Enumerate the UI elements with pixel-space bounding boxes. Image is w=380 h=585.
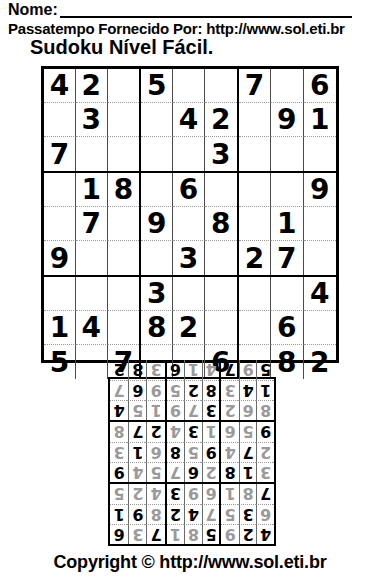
answer-cell: 9 [239,360,257,380]
answer-cell: 8 [239,484,257,504]
answer-cell: 6 [221,422,239,442]
sudoku-cell: 6 [271,311,303,345]
sudoku-cell: 8 [205,207,237,241]
sudoku-cell: 9 [141,207,173,241]
sudoku-cell [141,137,173,171]
sudoku-box: 9127 [239,173,336,277]
answer-cell: 5 [256,360,274,380]
name-field-row: Nome: [8,2,352,18]
answer-cell: 1 [202,422,220,442]
answer-cell: 8 [202,380,220,400]
answer-cell: 5 [110,484,128,504]
sudoku-cell: 7 [239,69,271,103]
sudoku-cell: 2 [304,345,336,379]
answer-cell: 2 [146,422,164,442]
sudoku-cell [108,137,140,171]
sudoku-box: 7691 [239,69,336,173]
answer-cell: 4 [221,442,239,462]
answer-cell: 6 [167,360,185,380]
answer-cell: 3 [256,462,274,482]
answer-cell: 8 [221,462,239,482]
answer-cell: 9 [202,442,220,462]
sudoku-cell: 2 [239,241,271,275]
sudoku-box: 736891425 [110,482,165,544]
answer-cell: 3 [184,422,202,442]
sudoku-cell: 7 [44,137,76,171]
answer-cell: 2 [202,462,220,482]
sudoku-cell: 5 [141,69,173,103]
sudoku-cell [304,311,336,345]
provider-line: Passatempo Fornecido Por: http://www.sol… [8,20,345,37]
sudoku-cell [205,173,237,207]
answer-cell: 9 [256,422,274,442]
answer-cell: 8 [146,504,164,524]
answer-cell: 4 [202,360,220,380]
sudoku-cell: 2 [76,69,108,103]
answer-cell: 3 [202,400,220,420]
sudoku-board: 423754237691187969839127145738264682 [41,66,339,363]
sudoku-cell [205,277,237,311]
answer-cell: 1 [128,442,146,462]
sudoku-cell [173,137,205,171]
answer-cell: 7 [239,442,257,462]
answer-cell: 9 [167,400,185,420]
sudoku-cell: 8 [271,345,303,379]
sudoku-cell [76,345,108,379]
sudoku-cell [141,173,173,207]
sudoku-cell [239,207,271,241]
sudoku-cell [304,241,336,275]
sudoku-cell: 2 [173,311,205,345]
answer-cell: 5 [146,462,164,482]
sudoku-cell [44,173,76,207]
answer-cell: 6 [146,442,164,462]
sudoku-box: 5423 [141,69,238,173]
sudoku-cell: 3 [76,103,108,137]
sudoku-cell [44,207,76,241]
answer-cell: 3 [110,442,128,462]
sudoku-cell [271,277,303,311]
sudoku-cell: 7 [271,241,303,275]
answer-cell: 7 [128,422,146,442]
sudoku-answer-board: 4296357815817426937368914253182749562679… [108,377,276,546]
sudoku-cell [108,311,140,345]
sudoku-cell [304,137,336,171]
answer-cell: 1 [167,524,185,544]
answer-cell: 2 [256,442,274,462]
answer-cell: 1 [221,484,239,504]
sudoku-cell [271,137,303,171]
sudoku-cell [141,103,173,137]
answer-cell: 8 [184,524,202,544]
sudoku-cell: 1 [304,103,336,137]
answer-cell: 1 [184,360,202,380]
sudoku-box: 581742693 [165,482,220,544]
answer-cell: 6 [128,380,146,400]
sudoku-cell [108,277,140,311]
name-label: Nome: [8,2,58,18]
sudoku-cell: 4 [304,277,336,311]
sudoku-cell [44,103,76,137]
sudoku-cell [76,241,108,275]
copyright-line: Copyright © http://www.sol.eti.br [0,552,380,573]
answer-cell: 3 [128,524,146,544]
sudoku-cell: 6 [173,173,205,207]
sudoku-cell [76,137,108,171]
answer-cell: 7 [167,462,185,482]
sudoku-cell: 3 [141,277,173,311]
sudoku-cell [205,311,237,345]
sudoku-cell: 9 [271,103,303,137]
sudoku-cell: 8 [108,173,140,207]
sudoku-cell: 1 [271,207,303,241]
sudoku-box: 267958134 [165,420,220,482]
answer-cell: 3 [239,504,257,524]
sudoku-cell [239,103,271,137]
sudoku-box: 318274956 [219,420,274,482]
sudoku-cell: 4 [173,103,205,137]
sudoku-cell [205,69,237,103]
sudoku-cell [304,207,336,241]
answer-cell: 3 [167,484,185,504]
answer-cell: 4 [239,380,257,400]
answer-cell: 2 [221,400,239,420]
answer-cell: 9 [128,504,146,524]
answer-cell: 2 [110,360,128,380]
sudoku-cell [173,277,205,311]
answer-cell: 1 [256,380,274,400]
answer-cell: 4 [110,400,128,420]
answer-cell: 1 [146,400,164,420]
sudoku-cell: 6 [304,69,336,103]
sudoku-cell [44,277,76,311]
answer-cell: 6 [202,484,220,504]
answer-cell: 9 [110,462,128,482]
sudoku-cell: 8 [141,311,173,345]
answer-cell: 2 [184,380,202,400]
answer-cell: 4 [128,462,146,482]
sudoku-cell [239,173,271,207]
sudoku-cell: 2 [205,103,237,137]
answer-cell: 6 [110,524,128,544]
sudoku-box: 4237 [44,69,141,173]
answer-cell: 3 [146,360,164,380]
sudoku-cell [271,69,303,103]
sudoku-cell: 4 [44,69,76,103]
answer-cell: 8 [128,360,146,380]
sudoku-cell [239,137,271,171]
answer-cell: 9 [146,380,164,400]
answer-cell: 2 [239,524,257,544]
sudoku-cell [108,241,140,275]
answer-cell: 8 [110,422,128,442]
answer-cell: 4 [167,422,185,442]
answer-cell: 2 [167,504,185,524]
answer-cell: 5 [184,442,202,462]
answer-cell: 4 [256,524,274,544]
sudoku-cell [173,69,205,103]
sudoku-cell: 9 [44,241,76,275]
sudoku-cell [108,207,140,241]
sudoku-cell: 4 [76,311,108,345]
answer-cell: 6 [256,504,274,524]
sudoku-cell [76,277,108,311]
answer-cell: 9 [221,524,239,544]
sudoku-cell: 3 [205,137,237,171]
answer-cell: 5 [221,504,239,524]
sudoku-cell: 9 [304,173,336,207]
sudoku-cell: 7 [76,207,108,241]
answer-cell: 6 [239,400,257,420]
answer-cell: 5 [202,524,220,544]
answer-cell: 7 [110,380,128,400]
answer-cell: 5 [239,422,257,442]
sudoku-cell [271,173,303,207]
name-blank-line [60,3,352,18]
answer-cell: 4 [146,484,164,504]
sudoku-cell [108,69,140,103]
answer-cell: 8 [167,442,185,462]
answer-cell: 7 [221,360,239,380]
answer-cell: 7 [202,504,220,524]
answer-cell: 9 [184,484,202,504]
answer-cell: 1 [239,462,257,482]
sudoku-box: 1879 [44,173,141,277]
sudoku-box: 862143597 [219,360,274,420]
answer-cell: 3 [221,380,239,400]
sudoku-cell [205,241,237,275]
answer-cell: 6 [184,462,202,482]
sudoku-box: 379825416 [165,360,220,420]
sudoku-cell [239,277,271,311]
sudoku-cell [141,241,173,275]
sudoku-cell: 1 [76,173,108,207]
sudoku-cell [173,207,205,241]
answer-cell: 4 [184,504,202,524]
answer-cell: 2 [128,484,146,504]
sudoku-box: 549613278 [110,420,165,482]
sudoku-cell: 3 [173,241,205,275]
sudoku-cell [108,103,140,137]
answer-cell: 5 [167,380,185,400]
page-title: Sudoku Nível Fácil. [30,36,213,59]
answer-cell: 5 [128,400,146,420]
answer-cell: 1 [110,504,128,524]
sudoku-cell: 5 [44,345,76,379]
answer-cell: 8 [256,400,274,420]
answer-cell: 7 [256,484,274,504]
sudoku-box: 429635781 [219,482,274,544]
sudoku-box: 154967382 [110,360,165,420]
sudoku-box: 6983 [141,173,238,277]
answer-cell: 7 [146,524,164,544]
sudoku-cell [239,311,271,345]
answer-cell: 7 [184,400,202,420]
sudoku-cell: 1 [44,311,76,345]
